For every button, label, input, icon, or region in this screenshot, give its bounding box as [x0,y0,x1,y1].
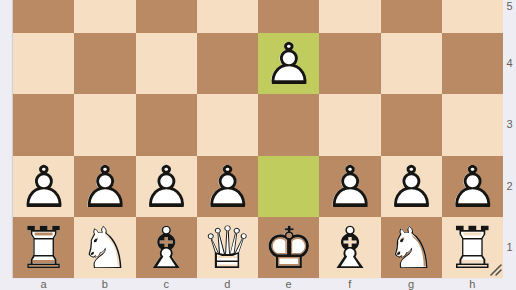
square-c1[interactable]: ♝♗ [136,217,197,278]
file-label-d: d [197,278,258,290]
piece-glyph-outline: ♙ [381,156,442,217]
square-e5[interactable] [258,0,319,33]
white-bishop[interactable]: ♝♗ [319,217,380,278]
file-label-a: a [13,278,74,290]
square-d1[interactable]: ♛♕ [197,217,258,278]
file-label-f: f [319,278,380,290]
square-f1[interactable]: ♝♗ [319,217,380,278]
square-g3[interactable] [381,94,442,155]
piece-glyph-outline: ♙ [13,156,74,217]
square-c5[interactable] [136,0,197,33]
square-a5[interactable] [13,0,74,33]
piece-glyph-outline: ♗ [319,217,380,278]
white-rook[interactable]: ♜♖ [13,217,74,278]
square-f4[interactable] [319,33,380,94]
piece-glyph-outline: ♘ [381,217,442,278]
square-e3[interactable] [258,94,319,155]
square-h4[interactable] [442,33,503,94]
square-g2[interactable]: ♟♙ [381,156,442,217]
piece-glyph-fill: ♝ [319,217,380,278]
square-g1[interactable]: ♞♘ [381,217,442,278]
square-a3[interactable] [13,94,74,155]
chess-board-screen: ♜♖♞♘♝♗♛♕♚♔♝♗♞♘♜♖♟♙♟♙♟♙♟♙♟♙♟♙♟♙♟♙♟♙♟♙♟♙♟♙… [0,0,516,290]
square-h2[interactable]: ♟♙ [442,156,503,217]
piece-glyph-fill: ♟ [381,156,442,217]
square-d3[interactable] [197,94,258,155]
square-d5[interactable] [197,0,258,33]
square-c3[interactable] [136,94,197,155]
square-b1[interactable]: ♞♘ [74,217,135,278]
white-knight[interactable]: ♞♘ [381,217,442,278]
file-label-b: b [74,278,135,290]
piece-glyph-outline: ♙ [258,33,319,94]
piece-glyph-outline: ♔ [258,217,319,278]
piece-glyph-outline: ♖ [13,217,74,278]
square-g5[interactable] [381,0,442,33]
rank-label-3: 3 [503,118,516,131]
piece-glyph-fill: ♟ [136,156,197,217]
white-knight[interactable]: ♞♘ [74,217,135,278]
square-f3[interactable] [319,94,380,155]
piece-glyph-fill: ♟ [319,156,380,217]
piece-glyph-fill: ♛ [197,217,258,278]
piece-glyph-outline: ♕ [197,217,258,278]
white-pawn[interactable]: ♟♙ [442,156,503,217]
square-b2[interactable]: ♟♙ [74,156,135,217]
square-a1[interactable]: ♜♖ [13,217,74,278]
square-c4[interactable] [136,33,197,94]
piece-glyph-fill: ♚ [258,217,319,278]
piece-glyph-fill: ♟ [258,33,319,94]
square-e4[interactable]: ♟♙ [258,33,319,94]
square-h5[interactable] [442,0,503,33]
white-pawn[interactable]: ♟♙ [197,156,258,217]
square-e2[interactable] [258,156,319,217]
rank-label-4: 4 [503,57,516,70]
file-label-e: e [258,278,319,290]
white-pawn[interactable]: ♟♙ [74,156,135,217]
piece-glyph-outline: ♙ [136,156,197,217]
square-d4[interactable] [197,33,258,94]
square-b3[interactable] [74,94,135,155]
file-label-c: c [136,278,197,290]
white-pawn[interactable]: ♟♙ [13,156,74,217]
square-a2[interactable]: ♟♙ [13,156,74,217]
piece-glyph-outline: ♙ [74,156,135,217]
piece-glyph-fill: ♟ [13,156,74,217]
piece-glyph-outline: ♙ [319,156,380,217]
piece-glyph-fill: ♞ [381,217,442,278]
piece-glyph-outline: ♗ [136,217,197,278]
rank-label-1: 1 [503,241,516,254]
piece-glyph-fill: ♟ [197,156,258,217]
square-d2[interactable]: ♟♙ [197,156,258,217]
rank-label-5: 5 [503,0,516,13]
piece-glyph-outline: ♘ [74,217,135,278]
piece-glyph-fill: ♞ [74,217,135,278]
rank-label-2: 2 [503,180,516,193]
piece-glyph-fill: ♟ [74,156,135,217]
white-pawn[interactable]: ♟♙ [136,156,197,217]
square-b5[interactable] [74,0,135,33]
white-king[interactable]: ♚♔ [258,217,319,278]
white-pawn[interactable]: ♟♙ [319,156,380,217]
file-label-h: h [442,278,503,290]
piece-glyph-fill: ♜ [13,217,74,278]
piece-glyph-fill: ♝ [136,217,197,278]
white-queen[interactable]: ♛♕ [197,217,258,278]
piece-glyph-outline: ♙ [442,156,503,217]
piece-glyph-fill: ♟ [442,156,503,217]
board-resize-handle[interactable] [489,263,503,277]
square-h3[interactable] [442,94,503,155]
piece-glyph-outline: ♙ [197,156,258,217]
white-pawn[interactable]: ♟♙ [258,33,319,94]
white-pawn[interactable]: ♟♙ [381,156,442,217]
square-g4[interactable] [381,33,442,94]
square-a4[interactable] [13,33,74,94]
file-label-g: g [381,278,442,290]
square-f2[interactable]: ♟♙ [319,156,380,217]
chess-board[interactable]: ♜♖♞♘♝♗♛♕♚♔♝♗♞♘♜♖♟♙♟♙♟♙♟♙♟♙♟♙♟♙♟♙♟♙♟♙♟♙♟♙… [13,0,503,278]
square-b4[interactable] [74,33,135,94]
square-e1[interactable]: ♚♔ [258,217,319,278]
square-f5[interactable] [319,0,380,33]
white-bishop[interactable]: ♝♗ [136,217,197,278]
square-c2[interactable]: ♟♙ [136,156,197,217]
